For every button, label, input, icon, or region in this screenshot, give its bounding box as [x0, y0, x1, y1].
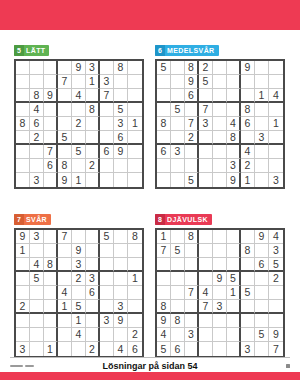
sudoku-cell [128, 286, 142, 300]
sudoku-cell: 2 [30, 131, 44, 145]
sudoku-cell: 8 [114, 61, 128, 75]
sudoku-cell: 4 [269, 89, 283, 103]
sudoku-cell [269, 286, 283, 300]
puzzle-devilish: 8 DJÄVULSK 18947583659527415873984359563… [155, 208, 285, 358]
sudoku-cell: 1 [227, 286, 241, 300]
sudoku-cell [227, 61, 241, 75]
puzzle-hard: 7 SVÅR 937581948352314621531394231246 [14, 208, 144, 358]
difficulty-number: 8 [155, 214, 165, 225]
sudoku-cell [58, 244, 72, 258]
sudoku-cell [171, 131, 185, 145]
sudoku-cell [128, 258, 142, 272]
sudoku-cell: 3 [114, 117, 128, 131]
sudoku-cell [44, 328, 58, 342]
sudoku-cell [114, 159, 128, 173]
sudoku-cell [58, 258, 72, 272]
sudoku-cell [86, 173, 100, 187]
sudoku-cell [86, 328, 100, 342]
difficulty-badge-medium: 6 MEDELSVÅR [155, 45, 219, 56]
sudoku-cell [16, 173, 30, 187]
sudoku-cell [241, 75, 255, 89]
sudoku-cell [185, 159, 199, 173]
sudoku-cell: 9 [241, 61, 255, 75]
sudoku-cell: 9 [114, 145, 128, 159]
sudoku-cell [16, 159, 30, 173]
sudoku-cell [213, 131, 227, 145]
sudoku-cell [213, 75, 227, 89]
sudoku-cell [171, 272, 185, 286]
sudoku-board-devilish: 189475836595274158739843595637 [155, 228, 285, 358]
sudoku-cell [58, 61, 72, 75]
sudoku-cell [255, 300, 269, 314]
sudoku-cell [171, 89, 185, 103]
sudoku-cell [255, 61, 269, 75]
sudoku-cell [241, 272, 255, 286]
sudoku-cell: 2 [86, 159, 100, 173]
sudoku-cell: 5 [114, 103, 128, 117]
sudoku-cell [44, 300, 58, 314]
sudoku-cell [241, 131, 255, 145]
sudoku-cell: 3 [72, 258, 86, 272]
sudoku-cell [171, 286, 185, 300]
sudoku-cell: 6 [44, 159, 58, 173]
sudoku-cell [227, 145, 241, 159]
sudoku-cell [58, 103, 72, 117]
sudoku-cell [58, 328, 72, 342]
puzzle-medium: 6 MEDELSVÅR 5829956145788734612836343259… [155, 39, 285, 189]
sudoku-cell: 8 [86, 103, 100, 117]
sudoku-cell [16, 103, 30, 117]
sudoku-cell: 9 [44, 89, 58, 103]
bottom-red-bar [0, 372, 300, 380]
sudoku-cell [44, 286, 58, 300]
sudoku-cell [100, 159, 114, 173]
sudoku-cell [269, 145, 283, 159]
sudoku-cell: 2 [72, 117, 86, 131]
sudoku-cell [213, 244, 227, 258]
sudoku-cell: 5 [227, 272, 241, 286]
sudoku-cell: 4 [227, 117, 241, 131]
footer: Lösningar på sidan 54 [10, 359, 290, 372]
sudoku-cell [269, 314, 283, 328]
sudoku-cell: 1 [255, 89, 269, 103]
sudoku-cell [241, 314, 255, 328]
difficulty-badge-hard: 7 SVÅR [14, 214, 51, 225]
sudoku-cell [157, 159, 171, 173]
sudoku-cell [185, 272, 199, 286]
sudoku-cell [213, 342, 227, 356]
sudoku-cell [44, 131, 58, 145]
sudoku-cell: 5 [241, 286, 255, 300]
sudoku-cell: 3 [100, 75, 114, 89]
sudoku-cell [114, 173, 128, 187]
sudoku-cell [269, 159, 283, 173]
sudoku-cell [86, 300, 100, 314]
sudoku-cell [213, 61, 227, 75]
sudoku-cell [185, 145, 199, 159]
sudoku-cell: 3 [16, 342, 30, 356]
sudoku-cell [185, 244, 199, 258]
sudoku-cell [241, 328, 255, 342]
sudoku-cell [30, 75, 44, 89]
sudoku-cell [128, 173, 142, 187]
sudoku-cell [86, 131, 100, 145]
sudoku-cell [86, 244, 100, 258]
sudoku-cell: 8 [128, 230, 142, 244]
sudoku-cell [100, 131, 114, 145]
sudoku-cell: 9 [227, 173, 241, 187]
difficulty-badge-easy: 5 LÄTT [14, 45, 49, 56]
sudoku-cell: 2 [241, 159, 255, 173]
sudoku-cell [44, 75, 58, 89]
sudoku-cell: 4 [72, 89, 86, 103]
sudoku-board-easy: 9387138947485862312567569682391 [14, 59, 144, 189]
sudoku-cell [227, 89, 241, 103]
sudoku-cell: 5 [157, 342, 171, 356]
sudoku-cell: 4 [241, 145, 255, 159]
sudoku-cell [199, 89, 213, 103]
sudoku-cell [255, 117, 269, 131]
sudoku-cell: 5 [255, 328, 269, 342]
sudoku-cell [72, 159, 86, 173]
sudoku-cell [185, 258, 199, 272]
sudoku-cell [255, 244, 269, 258]
sudoku-cell: 4 [72, 328, 86, 342]
solutions-reference-text: Lösningar på sidan 54 [70, 361, 230, 371]
sudoku-cell [255, 145, 269, 159]
sudoku-cell [58, 145, 72, 159]
sudoku-cell [58, 117, 72, 131]
sudoku-cell [213, 230, 227, 244]
sudoku-cell: 1 [44, 342, 58, 356]
sudoku-cell [157, 272, 171, 286]
sudoku-cell [241, 300, 255, 314]
sudoku-cell [269, 61, 283, 75]
sudoku-cell: 4 [30, 258, 44, 272]
sudoku-cell: 3 [100, 314, 114, 328]
sudoku-cell [30, 314, 44, 328]
difficulty-number: 7 [14, 214, 24, 225]
sudoku-cell [30, 300, 44, 314]
sudoku-cell: 3 [185, 328, 199, 342]
sudoku-cell [128, 314, 142, 328]
sudoku-cell [86, 258, 100, 272]
sudoku-cell [213, 328, 227, 342]
sudoku-cell: 8 [185, 61, 199, 75]
difficulty-number: 6 [155, 45, 165, 56]
sudoku-cell: 6 [241, 117, 255, 131]
sudoku-cell [58, 272, 72, 286]
sudoku-cell: 9 [114, 314, 128, 328]
sudoku-cell: 6 [185, 89, 199, 103]
sudoku-cell: 5 [30, 272, 44, 286]
sudoku-cell: 1 [58, 300, 72, 314]
sudoku-cell: 3 [255, 131, 269, 145]
sudoku-cell [114, 286, 128, 300]
sudoku-cell: 7 [44, 145, 58, 159]
sudoku-cell [128, 61, 142, 75]
sudoku-cell [30, 342, 44, 356]
sudoku-cell [16, 314, 30, 328]
difficulty-label: MEDELSVÅR [165, 45, 219, 56]
sudoku-cell [44, 230, 58, 244]
sudoku-cell: 9 [72, 244, 86, 258]
sudoku-cell: 5 [157, 61, 171, 75]
sudoku-cell [30, 145, 44, 159]
sudoku-cell [255, 286, 269, 300]
sudoku-cell [86, 145, 100, 159]
sudoku-cell [72, 103, 86, 117]
sudoku-cell [241, 258, 255, 272]
sudoku-cell [213, 173, 227, 187]
sudoku-cell [44, 103, 58, 117]
sudoku-cell [227, 230, 241, 244]
sudoku-cell [100, 61, 114, 75]
sudoku-cell [157, 103, 171, 117]
sudoku-cell: 8 [227, 131, 241, 145]
sudoku-cell: 4 [58, 286, 72, 300]
sudoku-cell [128, 89, 142, 103]
sudoku-cell [171, 159, 185, 173]
sudoku-cell: 3 [86, 61, 100, 75]
sudoku-cell [114, 328, 128, 342]
sudoku-cell [157, 131, 171, 145]
sudoku-cell [227, 258, 241, 272]
sudoku-board-hard: 937581948352314621531394231246 [14, 228, 144, 358]
sudoku-cell: 1 [269, 117, 283, 131]
sudoku-cell [171, 173, 185, 187]
sudoku-cell: 5 [72, 300, 86, 314]
sudoku-cell [199, 272, 213, 286]
sudoku-cell [185, 314, 199, 328]
sudoku-cell [44, 173, 58, 187]
sudoku-cell: 4 [269, 230, 283, 244]
sudoku-cell [185, 103, 199, 117]
sudoku-cell [199, 244, 213, 258]
sudoku-cell [241, 230, 255, 244]
sudoku-cell: 9 [213, 272, 227, 286]
sudoku-cell [199, 258, 213, 272]
sudoku-cell: 8 [58, 159, 72, 173]
sudoku-cell: 7 [185, 286, 199, 300]
sudoku-cell: 8 [157, 117, 171, 131]
sudoku-cell [157, 286, 171, 300]
sudoku-cell: 6 [128, 342, 142, 356]
sudoku-cell [30, 61, 44, 75]
sudoku-cell: 8 [185, 230, 199, 244]
sudoku-cell: 3 [199, 117, 213, 131]
sudoku-cell: 1 [16, 244, 30, 258]
sudoku-cell [199, 173, 213, 187]
sudoku-cell [255, 103, 269, 117]
sudoku-cell: 7 [199, 300, 213, 314]
sudoku-cell: 6 [255, 258, 269, 272]
sudoku-cell: 6 [30, 117, 44, 131]
sudoku-cell [213, 314, 227, 328]
sudoku-cell [86, 89, 100, 103]
sudoku-cell: 1 [157, 230, 171, 244]
sudoku-cell [16, 145, 30, 159]
sudoku-cell [86, 314, 100, 328]
sudoku-cell: 6 [171, 342, 185, 356]
sudoku-cell [171, 61, 185, 75]
sudoku-cell [185, 342, 199, 356]
sudoku-cell [114, 89, 128, 103]
sudoku-cell: 1 [72, 173, 86, 187]
sudoku-cell [227, 75, 241, 89]
sudoku-cell: 3 [171, 145, 185, 159]
sudoku-cell [213, 89, 227, 103]
difficulty-label: LÄTT [24, 45, 49, 56]
puzzle-grid-area: 5 LÄTT 9387138947485862312567569682391 6… [14, 39, 286, 358]
sudoku-cell: 2 [269, 272, 283, 286]
sudoku-cell: 1 [128, 272, 142, 286]
sudoku-cell [255, 314, 269, 328]
sudoku-cell: 6 [100, 145, 114, 159]
sudoku-cell [72, 131, 86, 145]
sudoku-cell: 9 [58, 173, 72, 187]
sudoku-cell [227, 103, 241, 117]
sudoku-cell [58, 342, 72, 356]
sudoku-cell: 7 [157, 244, 171, 258]
difficulty-label: SVÅR [24, 214, 51, 225]
sudoku-cell [157, 173, 171, 187]
sudoku-cell [100, 244, 114, 258]
sudoku-cell [86, 230, 100, 244]
sudoku-cell [171, 75, 185, 89]
sudoku-cell [72, 230, 86, 244]
sudoku-cell [157, 258, 171, 272]
sudoku-cell: 3 [269, 244, 283, 258]
sudoku-cell: 7 [58, 230, 72, 244]
sudoku-cell [241, 89, 255, 103]
sudoku-cell: 8 [171, 314, 185, 328]
footer-small-print [10, 365, 70, 367]
sudoku-cell: 2 [128, 328, 142, 342]
sudoku-cell: 7 [185, 117, 199, 131]
sudoku-cell [100, 173, 114, 187]
sudoku-cell [269, 300, 283, 314]
sudoku-cell: 4 [114, 342, 128, 356]
sudoku-cell: 3 [30, 230, 44, 244]
sudoku-cell: 1 [241, 173, 255, 187]
sudoku-cell: 2 [72, 272, 86, 286]
sudoku-board-medium: 582995614578873461283634325913 [155, 59, 285, 189]
sudoku-cell: 9 [255, 230, 269, 244]
page-number [230, 364, 290, 368]
sudoku-cell: 5 [185, 173, 199, 187]
sudoku-cell: 9 [72, 61, 86, 75]
sudoku-cell: 8 [30, 89, 44, 103]
sudoku-cell: 7 [269, 342, 283, 356]
sudoku-cell [199, 145, 213, 159]
sudoku-cell [100, 103, 114, 117]
sudoku-cell [171, 230, 185, 244]
sudoku-cell: 2 [185, 131, 199, 145]
sudoku-cell: 5 [171, 103, 185, 117]
sudoku-cell: 2 [199, 61, 213, 75]
sudoku-cell [128, 145, 142, 159]
sudoku-cell [199, 328, 213, 342]
sudoku-cell [16, 258, 30, 272]
footer-divider [10, 357, 290, 358]
sudoku-cell: 1 [72, 314, 86, 328]
sudoku-cell [171, 117, 185, 131]
sudoku-cell [269, 103, 283, 117]
sudoku-cell [128, 244, 142, 258]
sudoku-cell [128, 300, 142, 314]
sudoku-cell [100, 272, 114, 286]
sudoku-cell [227, 314, 241, 328]
sudoku-cell [100, 342, 114, 356]
sudoku-cell [213, 159, 227, 173]
sudoku-cell [213, 286, 227, 300]
sudoku-cell: 9 [269, 328, 283, 342]
sudoku-cell [199, 131, 213, 145]
sudoku-cell [199, 314, 213, 328]
sudoku-cell: 3 [86, 272, 100, 286]
sudoku-cell [100, 117, 114, 131]
sudoku-cell [100, 286, 114, 300]
sudoku-cell [185, 300, 199, 314]
sudoku-cell: 9 [157, 314, 171, 328]
difficulty-number: 5 [14, 45, 24, 56]
sudoku-cell: 8 [44, 258, 58, 272]
sudoku-cell [16, 328, 30, 342]
sudoku-cell [213, 145, 227, 159]
sudoku-cell: 9 [16, 230, 30, 244]
sudoku-cell: 8 [241, 103, 255, 117]
sudoku-cell [269, 75, 283, 89]
sudoku-cell: 3 [227, 159, 241, 173]
sudoku-cell [128, 131, 142, 145]
sudoku-cell [100, 328, 114, 342]
sudoku-cell: 7 [58, 75, 72, 89]
sudoku-cell: 4 [199, 286, 213, 300]
sudoku-cell [255, 272, 269, 286]
sudoku-cell [44, 244, 58, 258]
sudoku-cell [72, 342, 86, 356]
sudoku-cell [227, 300, 241, 314]
sudoku-cell: 2 [16, 300, 30, 314]
sudoku-cell: 1 [128, 117, 142, 131]
sudoku-cell: 8 [157, 300, 171, 314]
sudoku-cell [157, 89, 171, 103]
sudoku-cell [255, 75, 269, 89]
sudoku-cell [128, 103, 142, 117]
sudoku-cell: 3 [30, 173, 44, 187]
sudoku-cell: 9 [185, 75, 199, 89]
sudoku-cell: 8 [241, 244, 255, 258]
sudoku-cell: 1 [86, 75, 100, 89]
sudoku-cell [30, 328, 44, 342]
top-red-bar [0, 0, 300, 30]
sudoku-cell: 3 [114, 300, 128, 314]
sudoku-cell: 6 [114, 131, 128, 145]
sudoku-cell [255, 342, 269, 356]
magazine-sudoku-page: 5 LÄTT 9387138947485862312567569682391 6… [0, 0, 300, 380]
sudoku-cell [30, 159, 44, 173]
sudoku-cell [227, 244, 241, 258]
sudoku-cell [44, 61, 58, 75]
sudoku-cell [199, 342, 213, 356]
sudoku-cell: 5 [72, 145, 86, 159]
sudoku-cell [199, 159, 213, 173]
sudoku-cell: 3 [241, 342, 255, 356]
sudoku-cell [213, 117, 227, 131]
sudoku-cell [213, 258, 227, 272]
sudoku-cell: 4 [157, 328, 171, 342]
